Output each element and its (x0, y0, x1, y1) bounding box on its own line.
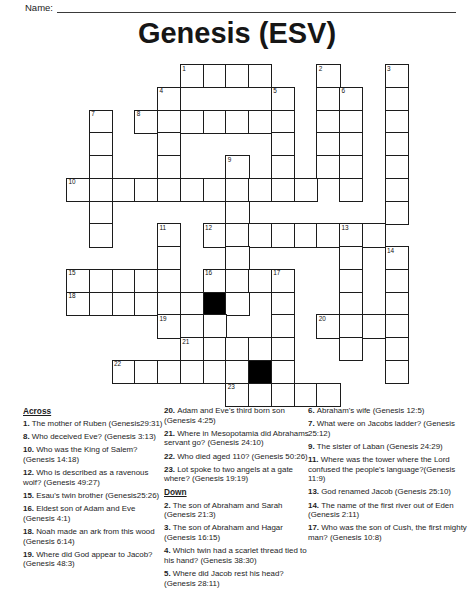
cell-12-14[interactable] (385, 337, 409, 361)
cell-4-1[interactable] (89, 155, 113, 179)
cell-9-7[interactable] (225, 269, 249, 293)
cell-9-3[interactable] (134, 269, 158, 293)
clue-across-18: 18. Noah made an ark from this wood (Gen… (23, 527, 164, 546)
clue-down-14: 14. The name of the first river out of E… (308, 501, 471, 520)
cell-5-12[interactable] (339, 178, 363, 202)
cell-13-4[interactable] (157, 360, 181, 384)
cell-9-12[interactable] (339, 269, 363, 293)
cell-11-14[interactable] (385, 314, 409, 338)
name-label: Name: (25, 2, 53, 13)
cell-7-11[interactable] (316, 223, 340, 247)
cell-12-6[interactable] (203, 337, 227, 361)
clue-across-22: 22. Who died aged 110? (Genesis 50:26) (164, 452, 312, 462)
clue-across-10: 10. Who was the King of Salem? (Genesis … (23, 445, 164, 464)
cell-0-6[interactable] (203, 64, 227, 88)
cell-2-1[interactable]: 7 (89, 110, 113, 134)
cell-5-7[interactable] (225, 178, 249, 202)
cell-3-9[interactable] (271, 132, 295, 156)
cell-10-7[interactable] (225, 292, 249, 316)
cell-5-8[interactable] (248, 178, 272, 202)
clue-down-6: 6. Abraham's wife (Genesis 12:5) (308, 406, 471, 416)
clue-number-2: 2 (319, 66, 323, 72)
cell-5-6[interactable] (203, 178, 227, 202)
clue-across-20: 20. Adam and Eve's third born son (Genes… (164, 406, 312, 425)
cell-11-9[interactable] (271, 314, 295, 338)
cell-14-11[interactable] (316, 383, 340, 407)
cell-7-10[interactable] (294, 223, 318, 247)
cell-4-12[interactable] (339, 155, 363, 179)
clue-number-3: 3 (387, 66, 391, 72)
cell-2-11[interactable] (316, 110, 340, 134)
clue-number-8: 8 (137, 111, 141, 117)
cell-13-7[interactable] (225, 360, 249, 384)
cell-8-12[interactable] (339, 246, 363, 270)
cell-12-8[interactable] (248, 337, 272, 361)
cell-2-4[interactable] (157, 110, 181, 134)
cell-2-14[interactable] (385, 110, 409, 134)
cell-13-14[interactable] (385, 360, 409, 384)
down-heading: Down (164, 487, 312, 497)
clue-down-9: 9. The sister of Laban (Genesis 24:29) (308, 442, 471, 452)
cell-9-2[interactable] (112, 269, 136, 293)
clue-across-23: 23. Lot spoke to two angels at a gate wh… (164, 465, 312, 484)
clues-column-2: 20. Adam and Eve's third born son (Genes… (164, 406, 312, 592)
cell-1-14[interactable] (385, 87, 409, 111)
cell-0-8[interactable] (248, 64, 272, 88)
cell-9-8[interactable] (248, 269, 272, 293)
cell-2-9[interactable] (271, 110, 295, 134)
cell-5-10[interactable] (294, 178, 318, 202)
clue-number-10: 10 (69, 179, 76, 185)
clue-number-18: 18 (69, 293, 76, 299)
cell-2-7[interactable] (225, 110, 249, 134)
clue-across-12: 12. Who is described as a ravenous wolf?… (23, 468, 164, 487)
clue-number-12: 12 (205, 225, 212, 231)
black-cell-13-8 (248, 360, 272, 384)
cell-13-5[interactable] (180, 360, 204, 384)
cell-6-1[interactable] (89, 201, 113, 225)
cell-9-4[interactable] (157, 269, 181, 293)
cell-5-1[interactable] (89, 178, 113, 202)
clue-down-13: 13. God renamed Jacob (Genesis 25:10) (308, 487, 471, 497)
cell-2-5[interactable] (180, 110, 204, 134)
cell-11-4[interactable]: 19 (157, 314, 181, 338)
name-blank-line[interactable] (57, 2, 456, 13)
clue-across-21: 21. Where in Mesopotamia did Abrahams se… (164, 429, 312, 448)
cell-4-14[interactable] (385, 155, 409, 179)
cell-7-9[interactable] (271, 223, 295, 247)
cell-5-9[interactable] (271, 178, 295, 202)
clue-down-4: 4. Which twin had a scarlet thread tied … (164, 546, 312, 565)
cell-10-2[interactable] (112, 292, 136, 316)
name-row: Name: (0, 2, 474, 16)
cell-7-7[interactable] (225, 223, 249, 247)
cell-5-0[interactable]: 10 (66, 178, 90, 202)
cell-8-7[interactable] (225, 246, 249, 270)
cell-1-11[interactable] (316, 87, 340, 111)
cell-3-1[interactable] (89, 132, 113, 156)
clue-number-5: 5 (273, 88, 277, 94)
cell-10-14[interactable] (385, 292, 409, 316)
cell-2-8[interactable] (248, 110, 272, 134)
clue-number-6: 6 (342, 88, 346, 94)
clue-number-16: 16 (205, 270, 212, 276)
clue-number-7: 7 (91, 111, 95, 117)
clue-number-19: 19 (160, 316, 167, 322)
cell-1-9[interactable]: 5 (271, 87, 295, 111)
clue-down-7: 7. What were on Jacobs ladder? (Genesis … (308, 419, 471, 438)
clue-number-21: 21 (182, 339, 189, 345)
clue-number-20: 20 (319, 316, 326, 322)
cell-2-6[interactable] (203, 110, 227, 134)
clues-column-1: Across1. The mother of Ruben (Genesis29:… (23, 406, 164, 572)
cell-0-14[interactable]: 3 (385, 64, 409, 88)
cell-2-3[interactable]: 8 (134, 110, 158, 134)
cell-1-4[interactable]: 4 (157, 87, 181, 111)
cell-14-9[interactable] (271, 383, 295, 407)
page-title: Genesis (ESV) (0, 17, 474, 50)
cell-12-5[interactable]: 21 (180, 337, 204, 361)
cell-11-12[interactable] (339, 314, 363, 338)
cell-7-12[interactable]: 13 (339, 223, 363, 247)
cell-8-4[interactable] (157, 246, 181, 270)
across-heading: Across (23, 406, 164, 416)
cell-11-6[interactable] (203, 314, 227, 338)
cell-5-3[interactable] (134, 178, 158, 202)
cell-7-6[interactable]: 12 (203, 223, 227, 247)
clue-number-17: 17 (273, 270, 280, 276)
cell-0-5[interactable]: 1 (180, 64, 204, 88)
clue-number-4: 4 (160, 88, 164, 94)
cell-4-4[interactable] (157, 155, 181, 179)
clue-number-9: 9 (228, 157, 232, 163)
cell-10-3[interactable] (134, 292, 158, 316)
cell-7-1[interactable] (89, 223, 113, 247)
cell-10-12[interactable] (339, 292, 363, 316)
cell-9-14[interactable] (385, 269, 409, 293)
black-cell-10-6 (203, 292, 227, 316)
clue-number-23: 23 (228, 384, 235, 390)
cell-9-1[interactable] (89, 269, 113, 293)
clue-number-14: 14 (387, 248, 394, 254)
clue-number-13: 13 (342, 225, 349, 231)
cell-7-13[interactable] (362, 223, 386, 247)
cell-14-10[interactable] (294, 383, 318, 407)
cell-7-4[interactable]: 11 (157, 223, 181, 247)
cell-10-0[interactable]: 18 (66, 292, 90, 316)
cell-3-11[interactable] (316, 132, 340, 156)
cell-9-9[interactable]: 17 (271, 269, 295, 293)
cell-6-14[interactable] (385, 201, 409, 225)
clue-across-16: 16. Eldest son of Adam and Eve (Genesis … (23, 504, 164, 523)
cell-5-2[interactable] (112, 178, 136, 202)
cell-13-9[interactable] (271, 360, 295, 384)
clue-down-3: 3. The son of Abraham and Hagar (Genesis… (164, 523, 312, 542)
cell-4-7[interactable]: 9 (225, 155, 249, 179)
clues-column-3: 6. Abraham's wife (Genesis 12:5)7. What … (308, 406, 471, 546)
cell-6-7[interactable] (225, 201, 249, 225)
cell-10-1[interactable] (89, 292, 113, 316)
clue-number-1: 1 (182, 66, 186, 72)
cell-3-4[interactable] (157, 132, 181, 156)
cell-12-7[interactable] (225, 337, 249, 361)
cell-9-6[interactable]: 16 (203, 269, 227, 293)
cell-14-7[interactable]: 23 (225, 383, 249, 407)
cell-1-12[interactable]: 6 (339, 87, 363, 111)
cell-9-0[interactable]: 15 (66, 269, 90, 293)
cell-13-6[interactable] (203, 360, 227, 384)
cell-13-2[interactable]: 22 (112, 360, 136, 384)
cell-5-5[interactable] (180, 178, 204, 202)
cell-3-14[interactable] (385, 132, 409, 156)
cell-10-5[interactable] (180, 292, 204, 316)
clue-number-11: 11 (160, 225, 167, 231)
clue-down-11: 11. Where was the tower where the Lord c… (308, 455, 471, 484)
cell-12-12[interactable] (339, 337, 363, 361)
cell-2-12[interactable] (339, 110, 363, 134)
clue-down-17: 17. Who was the son of Cush, the first m… (308, 523, 471, 542)
cell-7-8[interactable] (248, 223, 272, 247)
clue-across-1: 1. The mother of Ruben (Genesis29:31) (23, 419, 164, 429)
cell-11-11[interactable]: 20 (316, 314, 340, 338)
clue-across-8: 8. Who deceived Eve? (Genesis 3:13) (23, 432, 164, 442)
clue-across-19: 19. Where did God appear to Jacob? (Gene… (23, 550, 164, 569)
cell-13-3[interactable] (134, 360, 158, 384)
cell-4-9[interactable] (271, 155, 295, 179)
cell-0-7[interactable] (225, 64, 249, 88)
cell-11-5[interactable] (180, 314, 204, 338)
cell-12-9[interactable] (271, 337, 295, 361)
clue-across-15: 15. Esau's twin brother (Genesis25:26) (23, 491, 164, 501)
cell-3-12[interactable] (339, 132, 363, 156)
cell-5-4[interactable] (157, 178, 181, 202)
cell-10-9[interactable] (271, 292, 295, 316)
cell-11-13[interactable] (362, 314, 386, 338)
cell-5-14[interactable] (385, 178, 409, 202)
cell-0-11[interactable]: 2 (316, 64, 340, 88)
cell-14-8[interactable] (248, 383, 272, 407)
clue-down-5: 5. Where did Jacob rest his head? (Genes… (164, 569, 312, 588)
cell-8-14[interactable]: 14 (385, 246, 409, 270)
cell-10-4[interactable] (157, 292, 181, 316)
crossword-grid: 1234567891011121314151617181920212223 (66, 64, 408, 406)
clue-number-22: 22 (114, 361, 121, 367)
clue-down-2: 2. The son of Abraham and Sarah (Genesis… (164, 501, 312, 520)
cell-4-11[interactable] (316, 155, 340, 179)
clue-number-15: 15 (69, 270, 76, 276)
